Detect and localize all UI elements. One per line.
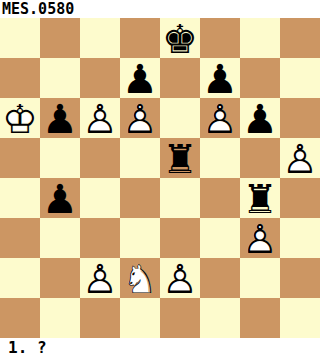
square-f6[interactable]: ♟♙ xyxy=(200,98,240,138)
square-d3[interactable] xyxy=(120,218,160,258)
square-e5[interactable]: ♜ xyxy=(160,138,200,178)
square-f2[interactable] xyxy=(200,258,240,298)
square-b8[interactable] xyxy=(40,18,80,58)
square-g2[interactable] xyxy=(240,258,280,298)
square-g8[interactable] xyxy=(240,18,280,58)
white-pawn[interactable]: ♟♙ xyxy=(120,98,160,138)
square-c4[interactable] xyxy=(80,178,120,218)
square-a4[interactable] xyxy=(0,178,40,218)
black-king[interactable]: ♚ xyxy=(160,18,200,58)
square-g1[interactable] xyxy=(240,298,280,338)
square-e7[interactable] xyxy=(160,58,200,98)
square-e8[interactable]: ♚ xyxy=(160,18,200,58)
square-b6[interactable]: ♟ xyxy=(40,98,80,138)
square-c6[interactable]: ♟♙ xyxy=(80,98,120,138)
square-d6[interactable]: ♟♙ xyxy=(120,98,160,138)
square-d2[interactable]: ♞♘ xyxy=(120,258,160,298)
square-e3[interactable] xyxy=(160,218,200,258)
square-b2[interactable] xyxy=(40,258,80,298)
square-e4[interactable] xyxy=(160,178,200,218)
square-g5[interactable] xyxy=(240,138,280,178)
square-b4[interactable]: ♟ xyxy=(40,178,80,218)
square-d4[interactable] xyxy=(120,178,160,218)
white-king[interactable]: ♚♔ xyxy=(0,98,40,138)
white-pawn[interactable]: ♟♙ xyxy=(160,258,200,298)
square-c3[interactable] xyxy=(80,218,120,258)
square-d7[interactable]: ♟ xyxy=(120,58,160,98)
square-a6[interactable]: ♚♔ xyxy=(0,98,40,138)
square-a8[interactable] xyxy=(0,18,40,58)
square-a1[interactable] xyxy=(0,298,40,338)
move-prompt: 1. ? xyxy=(0,338,320,360)
chess-diagram: MES.0580 ♚♟♟♚♔♟♟♙♟♙♟♙♟♜♟♙♟♜♟♙♟♙♞♘♟♙ 1. ? xyxy=(0,0,320,360)
square-h5[interactable]: ♟♙ xyxy=(280,138,320,178)
square-f7[interactable]: ♟ xyxy=(200,58,240,98)
black-pawn[interactable]: ♟ xyxy=(40,98,80,138)
square-f3[interactable] xyxy=(200,218,240,258)
white-pawn[interactable]: ♟♙ xyxy=(240,218,280,258)
square-h8[interactable] xyxy=(280,18,320,58)
square-d8[interactable] xyxy=(120,18,160,58)
square-a5[interactable] xyxy=(0,138,40,178)
square-c7[interactable] xyxy=(80,58,120,98)
square-g6[interactable]: ♟ xyxy=(240,98,280,138)
white-pawn[interactable]: ♟♙ xyxy=(200,98,240,138)
square-f4[interactable] xyxy=(200,178,240,218)
white-pawn[interactable]: ♟♙ xyxy=(80,98,120,138)
square-h7[interactable] xyxy=(280,58,320,98)
puzzle-title: MES.0580 xyxy=(0,0,320,18)
black-pawn[interactable]: ♟ xyxy=(200,58,240,98)
square-g4[interactable]: ♜ xyxy=(240,178,280,218)
square-c2[interactable]: ♟♙ xyxy=(80,258,120,298)
square-d5[interactable] xyxy=(120,138,160,178)
square-c5[interactable] xyxy=(80,138,120,178)
square-g7[interactable] xyxy=(240,58,280,98)
black-pawn[interactable]: ♟ xyxy=(240,98,280,138)
square-a2[interactable] xyxy=(0,258,40,298)
square-a7[interactable] xyxy=(0,58,40,98)
white-pawn[interactable]: ♟♙ xyxy=(80,258,120,298)
square-h2[interactable] xyxy=(280,258,320,298)
square-e6[interactable] xyxy=(160,98,200,138)
black-pawn[interactable]: ♟ xyxy=(120,58,160,98)
black-pawn[interactable]: ♟ xyxy=(40,178,80,218)
white-pawn[interactable]: ♟♙ xyxy=(280,138,320,178)
square-c8[interactable] xyxy=(80,18,120,58)
square-a3[interactable] xyxy=(0,218,40,258)
square-h6[interactable] xyxy=(280,98,320,138)
square-e1[interactable] xyxy=(160,298,200,338)
square-b1[interactable] xyxy=(40,298,80,338)
square-h4[interactable] xyxy=(280,178,320,218)
square-f1[interactable] xyxy=(200,298,240,338)
square-h3[interactable] xyxy=(280,218,320,258)
black-rook[interactable]: ♜ xyxy=(160,138,200,178)
square-f5[interactable] xyxy=(200,138,240,178)
square-b7[interactable] xyxy=(40,58,80,98)
square-b3[interactable] xyxy=(40,218,80,258)
square-b5[interactable] xyxy=(40,138,80,178)
square-h1[interactable] xyxy=(280,298,320,338)
white-knight[interactable]: ♞♘ xyxy=(120,258,160,298)
square-c1[interactable] xyxy=(80,298,120,338)
chess-board: ♚♟♟♚♔♟♟♙♟♙♟♙♟♜♟♙♟♜♟♙♟♙♞♘♟♙ xyxy=(0,18,320,338)
square-g3[interactable]: ♟♙ xyxy=(240,218,280,258)
square-d1[interactable] xyxy=(120,298,160,338)
black-rook[interactable]: ♜ xyxy=(240,178,280,218)
square-e2[interactable]: ♟♙ xyxy=(160,258,200,298)
square-f8[interactable] xyxy=(200,18,240,58)
